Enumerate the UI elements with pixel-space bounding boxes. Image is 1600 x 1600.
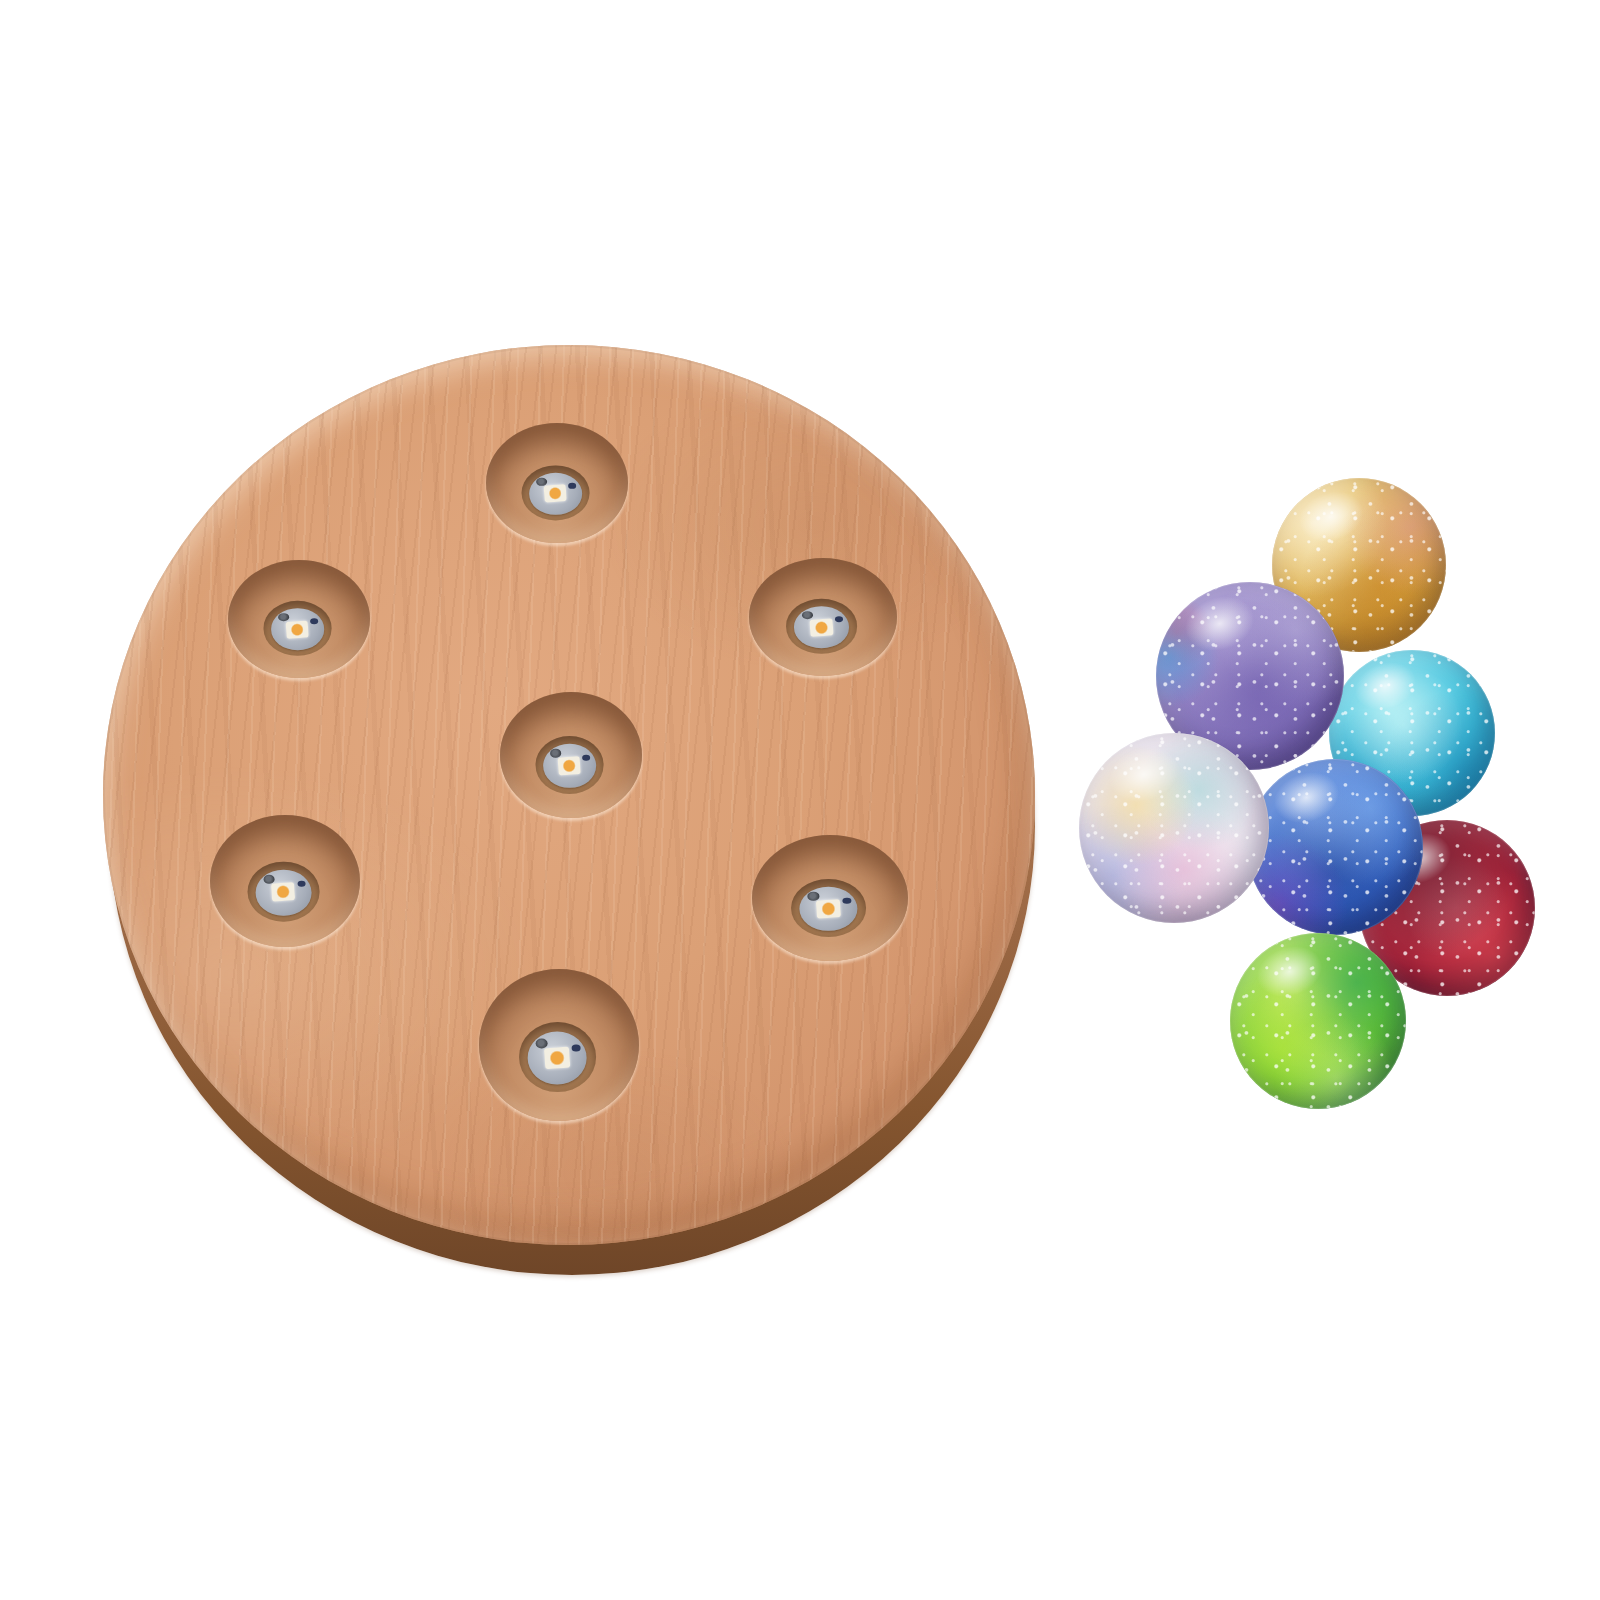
led-component-dot	[802, 612, 813, 620]
led-chip	[544, 484, 567, 502]
led-chip	[271, 882, 296, 902]
led-component-dot	[583, 754, 591, 760]
led-component-dot	[279, 614, 290, 622]
marble-green[interactable]	[1230, 933, 1406, 1109]
product-photo	[0, 0, 1600, 1600]
led-component-dot	[569, 483, 577, 489]
led-module	[543, 744, 596, 788]
led-component-dot	[807, 892, 819, 900]
led-component-dot	[835, 617, 843, 623]
marble-opal[interactable]	[1079, 733, 1269, 923]
led-component-dot	[537, 477, 548, 485]
led-component-dot	[263, 875, 274, 884]
led-component-dot	[297, 880, 305, 886]
led-socket-lower-left[interactable]	[210, 815, 360, 947]
led-module	[528, 1032, 587, 1085]
led-socket-upper-right[interactable]	[749, 558, 897, 676]
led-chip	[286, 620, 309, 638]
led-module	[799, 887, 857, 931]
led-chip	[816, 899, 841, 918]
led-chip	[544, 1047, 570, 1070]
led-component-dot	[551, 749, 562, 757]
led-socket-upper-left[interactable]	[228, 560, 370, 678]
led-module	[271, 609, 324, 650]
led-socket-top[interactable]	[486, 423, 628, 543]
led-module	[794, 607, 849, 648]
led-component-dot	[572, 1044, 581, 1051]
led-module	[529, 472, 582, 514]
led-socket-center[interactable]	[500, 692, 642, 818]
led-chip	[809, 618, 833, 636]
led-component-dot	[843, 897, 852, 903]
led-socket-lower-right[interactable]	[752, 835, 908, 961]
led-socket-bottom[interactable]	[479, 969, 639, 1121]
marble-dark-blue[interactable]	[1247, 759, 1423, 935]
led-chip	[558, 756, 581, 775]
led-module	[256, 869, 312, 915]
led-component-dot	[311, 619, 319, 625]
led-component-dot	[536, 1038, 548, 1048]
